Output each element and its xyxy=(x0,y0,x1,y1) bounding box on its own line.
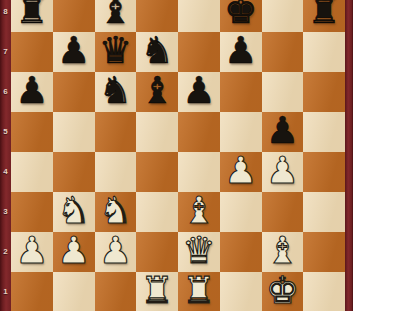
square-g3[interactable] xyxy=(262,192,304,232)
square-f2[interactable] xyxy=(220,232,262,272)
square-a7[interactable] xyxy=(11,32,53,72)
rank-label-8: 8 xyxy=(0,6,11,18)
square-a1[interactable] xyxy=(11,272,53,311)
square-e7[interactable] xyxy=(178,32,220,72)
square-h6[interactable] xyxy=(303,72,345,112)
square-c7[interactable]: ♛ xyxy=(95,32,137,72)
square-f7[interactable]: ♟ xyxy=(220,32,262,72)
rank-label-3: 3 xyxy=(0,206,11,218)
square-a3[interactable] xyxy=(11,192,53,232)
piece-black-pawn-e6[interactable]: ♟ xyxy=(182,71,215,111)
square-b2[interactable]: ♟ xyxy=(53,232,95,272)
square-b1[interactable] xyxy=(53,272,95,311)
piece-black-pawn-a6[interactable]: ♟ xyxy=(15,71,48,111)
square-d6[interactable]: ♝ xyxy=(136,72,178,112)
board-frame-right xyxy=(345,0,353,311)
square-f8[interactable]: ♚ xyxy=(220,0,262,32)
piece-white-knight-c3[interactable]: ♞ xyxy=(99,191,132,231)
square-d8[interactable] xyxy=(136,0,178,32)
piece-black-bishop-c8[interactable]: ♝ xyxy=(99,0,132,31)
piece-black-rook-a8[interactable]: ♜ xyxy=(15,0,48,31)
piece-white-knight-b3[interactable]: ♞ xyxy=(57,191,90,231)
square-g5[interactable]: ♟ xyxy=(262,112,304,152)
square-b6[interactable] xyxy=(53,72,95,112)
square-b4[interactable] xyxy=(53,152,95,192)
square-h1[interactable] xyxy=(303,272,345,311)
piece-black-pawn-b7[interactable]: ♟ xyxy=(57,31,90,71)
square-c8[interactable]: ♝ xyxy=(95,0,137,32)
square-g1[interactable]: ♚ xyxy=(262,272,304,311)
square-c5[interactable] xyxy=(95,112,137,152)
square-h2[interactable] xyxy=(303,232,345,272)
piece-black-bishop-d6[interactable]: ♝ xyxy=(141,71,174,111)
piece-white-rook-d1[interactable]: ♜ xyxy=(141,271,174,311)
square-d3[interactable] xyxy=(136,192,178,232)
square-a8[interactable]: ♜ xyxy=(11,0,53,32)
square-a6[interactable]: ♟ xyxy=(11,72,53,112)
piece-black-pawn-f7[interactable]: ♟ xyxy=(224,31,257,71)
square-e3[interactable]: ♝ xyxy=(178,192,220,232)
square-d5[interactable] xyxy=(136,112,178,152)
square-g2[interactable]: ♝ xyxy=(262,232,304,272)
square-f1[interactable] xyxy=(220,272,262,311)
rank-label-2: 2 xyxy=(0,246,11,258)
square-a2[interactable]: ♟ xyxy=(11,232,53,272)
square-c2[interactable]: ♟ xyxy=(95,232,137,272)
chess-screenshot: ♜♝♚♜♟♛♞♟♟♞♝♟♟♟♟♞♞♝♟♟♟♛♝♜♜♚ 87654321 xyxy=(0,0,414,311)
rank-label-1: 1 xyxy=(0,286,11,298)
piece-white-pawn-b2[interactable]: ♟ xyxy=(57,231,90,271)
piece-black-queen-c7[interactable]: ♛ xyxy=(99,31,132,71)
board-frame-left: 87654321 xyxy=(0,0,11,311)
rank-label-5: 5 xyxy=(0,126,11,138)
square-d4[interactable] xyxy=(136,152,178,192)
chess-board: ♜♝♚♜♟♛♞♟♟♞♝♟♟♟♟♞♞♝♟♟♟♛♝♜♜♚ xyxy=(11,0,345,311)
piece-white-bishop-g2[interactable]: ♝ xyxy=(266,231,299,271)
square-h8[interactable]: ♜ xyxy=(303,0,345,32)
square-h3[interactable] xyxy=(303,192,345,232)
square-b5[interactable] xyxy=(53,112,95,152)
piece-white-pawn-a2[interactable]: ♟ xyxy=(15,231,48,271)
square-g7[interactable] xyxy=(262,32,304,72)
piece-white-king-g1[interactable]: ♚ xyxy=(266,271,299,311)
square-d2[interactable] xyxy=(136,232,178,272)
piece-white-queen-e2[interactable]: ♛ xyxy=(182,231,215,271)
square-g4[interactable]: ♟ xyxy=(262,152,304,192)
piece-white-pawn-f4[interactable]: ♟ xyxy=(224,151,257,191)
square-f4[interactable]: ♟ xyxy=(220,152,262,192)
piece-black-rook-h8[interactable]: ♜ xyxy=(308,0,341,31)
square-f6[interactable] xyxy=(220,72,262,112)
square-g8[interactable] xyxy=(262,0,304,32)
square-d1[interactable]: ♜ xyxy=(136,272,178,311)
rank-label-4: 4 xyxy=(0,166,11,178)
square-f5[interactable] xyxy=(220,112,262,152)
rank-label-7: 7 xyxy=(0,46,11,58)
piece-black-king-f8[interactable]: ♚ xyxy=(224,0,257,31)
square-h4[interactable] xyxy=(303,152,345,192)
square-c4[interactable] xyxy=(95,152,137,192)
square-h5[interactable] xyxy=(303,112,345,152)
square-e2[interactable]: ♛ xyxy=(178,232,220,272)
piece-white-pawn-g4[interactable]: ♟ xyxy=(266,151,299,191)
square-a5[interactable] xyxy=(11,112,53,152)
square-e6[interactable]: ♟ xyxy=(178,72,220,112)
square-b3[interactable]: ♞ xyxy=(53,192,95,232)
square-c6[interactable]: ♞ xyxy=(95,72,137,112)
square-b8[interactable] xyxy=(53,0,95,32)
square-h7[interactable] xyxy=(303,32,345,72)
square-e8[interactable] xyxy=(178,0,220,32)
piece-white-bishop-e3[interactable]: ♝ xyxy=(182,191,215,231)
piece-white-pawn-c2[interactable]: ♟ xyxy=(99,231,132,271)
piece-white-rook-e1[interactable]: ♜ xyxy=(182,271,215,311)
square-c3[interactable]: ♞ xyxy=(95,192,137,232)
square-c1[interactable] xyxy=(95,272,137,311)
square-d7[interactable]: ♞ xyxy=(136,32,178,72)
square-e1[interactable]: ♜ xyxy=(178,272,220,311)
piece-black-knight-c6[interactable]: ♞ xyxy=(99,71,132,111)
square-g6[interactable] xyxy=(262,72,304,112)
rank-label-6: 6 xyxy=(0,86,11,98)
square-f3[interactable] xyxy=(220,192,262,232)
square-a4[interactable] xyxy=(11,152,53,192)
piece-black-knight-d7[interactable]: ♞ xyxy=(141,31,174,71)
square-b7[interactable]: ♟ xyxy=(53,32,95,72)
square-e5[interactable] xyxy=(178,112,220,152)
square-e4[interactable] xyxy=(178,152,220,192)
piece-black-pawn-g5[interactable]: ♟ xyxy=(266,111,299,151)
